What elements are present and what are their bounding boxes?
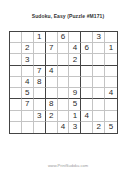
cell-r2c2[interactable]: 2 — [22, 43, 34, 54]
cell-r1c8[interactable]: 3 — [93, 32, 105, 43]
cell-r1c9[interactable] — [105, 32, 117, 43]
cell-r2c5[interactable] — [58, 43, 70, 54]
cell-r5c5[interactable] — [58, 77, 70, 88]
cell-r3c3[interactable] — [34, 54, 46, 65]
cell-r7c6[interactable]: 5 — [69, 99, 81, 110]
cell-r7c5[interactable] — [58, 99, 70, 110]
cell-r1c4[interactable] — [46, 32, 58, 43]
cell-r3c9[interactable] — [105, 54, 117, 65]
cell-r6c3[interactable] — [34, 88, 46, 99]
cell-r9c2[interactable] — [22, 122, 34, 133]
cell-r9c7[interactable] — [81, 122, 93, 133]
cell-r7c4[interactable]: 8 — [46, 99, 58, 110]
cell-r4c7[interactable] — [81, 66, 93, 77]
cell-r8c3[interactable]: 3 — [34, 111, 46, 122]
cell-r3c4[interactable] — [46, 54, 58, 65]
cell-r4c5[interactable] — [58, 66, 70, 77]
cell-r9c9[interactable]: 5 — [105, 122, 117, 133]
cell-r1c5[interactable]: 6 — [58, 32, 70, 43]
cell-r1c6[interactable] — [69, 32, 81, 43]
cell-r4c1[interactable] — [10, 66, 22, 77]
cell-r6c9[interactable]: 4 — [105, 88, 117, 99]
cell-r5c2[interactable]: 4 — [22, 77, 34, 88]
cell-r4c3[interactable]: 7 — [34, 66, 46, 77]
cell-r1c1[interactable] — [10, 32, 22, 43]
cell-r4c9[interactable] — [105, 66, 117, 77]
cell-r8c2[interactable] — [22, 111, 34, 122]
cell-r9c5[interactable]: 4 — [58, 122, 70, 133]
cell-r5c4[interactable] — [46, 77, 58, 88]
cell-r9c8[interactable]: 2 — [93, 122, 105, 133]
cell-r4c6[interactable] — [69, 66, 81, 77]
cell-r3c7[interactable] — [81, 54, 93, 65]
page-title: Sudoku, Easy (Puzzle #M171) — [0, 13, 136, 19]
cell-r8c6[interactable]: 1 — [69, 111, 81, 122]
cell-r8c5[interactable] — [58, 111, 70, 122]
cell-r7c7[interactable] — [81, 99, 93, 110]
cell-r9c6[interactable]: 3 — [69, 122, 81, 133]
cell-r3c1[interactable] — [10, 54, 22, 65]
cell-r6c7[interactable] — [81, 88, 93, 99]
footer-url: www.PrintSudoku.com — [0, 163, 136, 168]
cell-r7c2[interactable]: 7 — [22, 99, 34, 110]
cell-r6c6[interactable]: 9 — [69, 88, 81, 99]
cell-r8c9[interactable] — [105, 111, 117, 122]
cell-r2c6[interactable]: 4 — [69, 43, 81, 54]
cell-r3c8[interactable] — [93, 54, 105, 65]
cell-r3c2[interactable]: 3 — [22, 54, 34, 65]
cell-r5c9[interactable] — [105, 77, 117, 88]
cell-r6c4[interactable] — [46, 88, 58, 99]
cell-r7c1[interactable] — [10, 99, 22, 110]
cell-r2c8[interactable] — [93, 43, 105, 54]
cell-r2c1[interactable] — [10, 43, 22, 54]
cell-r2c9[interactable]: 1 — [105, 43, 117, 54]
cell-r3c6[interactable]: 2 — [69, 54, 81, 65]
cell-r6c1[interactable] — [10, 88, 22, 99]
cell-r4c4[interactable]: 4 — [46, 66, 58, 77]
cell-r8c8[interactable] — [93, 111, 105, 122]
cell-r5c7[interactable] — [81, 77, 93, 88]
cell-r7c9[interactable] — [105, 99, 117, 110]
cell-r7c8[interactable] — [93, 99, 105, 110]
cell-r1c3[interactable]: 1 — [34, 32, 46, 43]
cell-r1c7[interactable] — [81, 32, 93, 43]
sudoku-board: 1632746132744859478532144325 — [9, 31, 118, 134]
cell-r1c2[interactable] — [22, 32, 34, 43]
cell-r4c2[interactable] — [22, 66, 34, 77]
cell-r8c1[interactable] — [10, 111, 22, 122]
cell-r6c5[interactable] — [58, 88, 70, 99]
cell-r2c3[interactable] — [34, 43, 46, 54]
cell-r5c1[interactable] — [10, 77, 22, 88]
cell-r5c3[interactable]: 8 — [34, 77, 46, 88]
cell-r6c8[interactable] — [93, 88, 105, 99]
cell-r9c1[interactable] — [10, 122, 22, 133]
cell-r9c3[interactable] — [34, 122, 46, 133]
cell-r8c7[interactable]: 4 — [81, 111, 93, 122]
cell-r3c5[interactable] — [58, 54, 70, 65]
cell-r6c2[interactable]: 5 — [22, 88, 34, 99]
cell-r5c8[interactable] — [93, 77, 105, 88]
cell-r2c7[interactable]: 6 — [81, 43, 93, 54]
cell-r4c8[interactable] — [93, 66, 105, 77]
cell-r5c6[interactable] — [69, 77, 81, 88]
cell-r9c4[interactable] — [46, 122, 58, 133]
cell-r8c4[interactable]: 2 — [46, 111, 58, 122]
cell-r7c3[interactable] — [34, 99, 46, 110]
cell-r2c4[interactable]: 7 — [46, 43, 58, 54]
